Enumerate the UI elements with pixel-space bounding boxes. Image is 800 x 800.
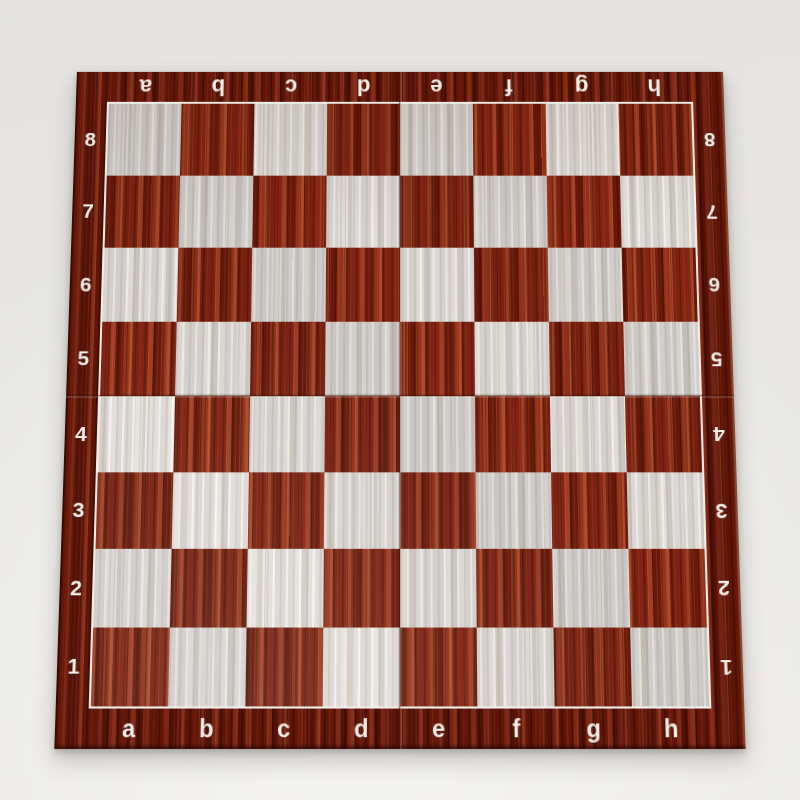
wall-background: abcdefgh abcdefgh 87654321 87654321 xyxy=(0,0,800,800)
rank-label-left-3: 3 xyxy=(61,472,96,549)
square-d1[interactable] xyxy=(323,627,400,706)
square-e2[interactable] xyxy=(400,549,477,627)
square-c3[interactable] xyxy=(248,472,325,549)
square-g6[interactable] xyxy=(548,248,624,322)
square-c5[interactable] xyxy=(250,321,326,396)
square-c1[interactable] xyxy=(245,627,323,706)
square-g1[interactable] xyxy=(553,627,631,706)
square-d5[interactable] xyxy=(325,321,400,396)
square-h5[interactable] xyxy=(623,321,700,396)
square-f7[interactable] xyxy=(473,175,547,248)
square-g4[interactable] xyxy=(550,396,627,472)
square-b7[interactable] xyxy=(178,175,253,248)
square-a3[interactable] xyxy=(96,472,174,549)
rank-label-left-6: 6 xyxy=(69,248,103,322)
file-label-bottom-e: e xyxy=(400,709,478,749)
file-label-top-e: e xyxy=(400,72,473,102)
square-h1[interactable] xyxy=(630,627,709,706)
file-label-bottom-b: b xyxy=(167,709,245,749)
square-c4[interactable] xyxy=(249,396,325,472)
square-a1[interactable] xyxy=(91,627,170,706)
square-h2[interactable] xyxy=(628,549,706,627)
file-label-top-c: c xyxy=(254,72,327,102)
square-a8[interactable] xyxy=(107,104,182,175)
square-h3[interactable] xyxy=(627,472,705,549)
square-g5[interactable] xyxy=(549,321,625,396)
chess-board: abcdefgh abcdefgh 87654321 87654321 xyxy=(54,72,745,749)
square-b6[interactable] xyxy=(177,248,253,322)
square-a2[interactable] xyxy=(93,549,171,627)
square-f1[interactable] xyxy=(477,627,555,706)
square-a4[interactable] xyxy=(98,396,175,472)
file-label-top-g: g xyxy=(545,72,618,102)
square-d4[interactable] xyxy=(324,396,400,472)
rank-label-left-7: 7 xyxy=(71,175,105,248)
square-a5[interactable] xyxy=(100,321,177,396)
square-h6[interactable] xyxy=(622,248,698,322)
square-c8[interactable] xyxy=(253,104,327,175)
rank-label-right-7: 7 xyxy=(695,175,729,248)
file-label-bottom-g: g xyxy=(555,709,633,749)
square-c7[interactable] xyxy=(252,175,326,248)
square-d3[interactable] xyxy=(324,472,400,549)
square-d2[interactable] xyxy=(323,549,400,627)
file-labels-bottom: abcdefgh xyxy=(90,709,711,749)
square-c6[interactable] xyxy=(251,248,326,322)
rank-label-left-1: 1 xyxy=(56,627,91,706)
rank-label-left-4: 4 xyxy=(64,396,99,472)
square-h8[interactable] xyxy=(618,104,693,175)
square-e8[interactable] xyxy=(400,104,473,175)
file-label-bottom-c: c xyxy=(245,709,323,749)
square-h7[interactable] xyxy=(620,175,695,248)
rank-label-right-1: 1 xyxy=(709,627,744,706)
square-g3[interactable] xyxy=(551,472,628,549)
square-a6[interactable] xyxy=(102,248,178,322)
playfield xyxy=(89,102,712,709)
file-label-top-f: f xyxy=(473,72,546,102)
file-label-bottom-f: f xyxy=(477,709,555,749)
rank-label-right-2: 2 xyxy=(707,549,742,627)
square-f8[interactable] xyxy=(473,104,547,175)
square-a7[interactable] xyxy=(105,175,180,248)
square-b5[interactable] xyxy=(175,321,251,396)
rank-label-right-5: 5 xyxy=(700,321,734,396)
file-label-bottom-a: a xyxy=(90,709,169,749)
file-label-top-h: h xyxy=(618,72,691,102)
rank-label-left-8: 8 xyxy=(73,104,106,175)
square-b2[interactable] xyxy=(170,549,248,627)
square-c2[interactable] xyxy=(247,549,324,627)
rank-label-right-3: 3 xyxy=(704,472,739,549)
file-label-bottom-d: d xyxy=(322,709,400,749)
square-h4[interactable] xyxy=(625,396,702,472)
file-label-top-a: a xyxy=(109,72,182,102)
file-labels-top: abcdefgh xyxy=(109,72,691,102)
rank-label-right-4: 4 xyxy=(702,396,737,472)
file-label-top-b: b xyxy=(182,72,255,102)
square-d6[interactable] xyxy=(326,248,400,322)
square-g8[interactable] xyxy=(546,104,620,175)
square-e6[interactable] xyxy=(400,248,474,322)
rank-label-right-8: 8 xyxy=(693,104,726,175)
file-label-bottom-h: h xyxy=(632,709,711,749)
square-e5[interactable] xyxy=(400,321,475,396)
square-f6[interactable] xyxy=(474,248,549,322)
square-f2[interactable] xyxy=(476,549,553,627)
square-g7[interactable] xyxy=(547,175,622,248)
square-f4[interactable] xyxy=(475,396,551,472)
square-b1[interactable] xyxy=(168,627,246,706)
square-b3[interactable] xyxy=(172,472,249,549)
square-e1[interactable] xyxy=(400,627,477,706)
rank-label-right-6: 6 xyxy=(697,248,731,322)
rank-label-left-5: 5 xyxy=(66,321,100,396)
rank-label-left-2: 2 xyxy=(58,549,93,627)
square-e7[interactable] xyxy=(400,175,474,248)
square-d7[interactable] xyxy=(326,175,400,248)
square-d8[interactable] xyxy=(327,104,400,175)
file-label-top-d: d xyxy=(327,72,400,102)
square-f3[interactable] xyxy=(476,472,553,549)
square-g2[interactable] xyxy=(552,549,630,627)
square-e3[interactable] xyxy=(400,472,476,549)
square-f5[interactable] xyxy=(474,321,550,396)
square-b8[interactable] xyxy=(180,104,254,175)
square-b4[interactable] xyxy=(173,396,250,472)
square-e4[interactable] xyxy=(400,396,476,472)
